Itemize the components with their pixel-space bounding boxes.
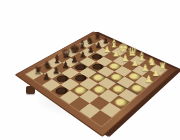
chess-set-photo: ♜♞♝♛♚♝♞♜♟♟♟♟♟♟♟♟♟♝♟♚♟♛♟♝♟♞♟♟♜ (0, 0, 180, 140)
piece-dark-pawn-b7: ♟ (50, 67, 63, 76)
piece-light-knight-h2: ♞ (146, 57, 158, 68)
square-f1: ♟ (135, 76, 153, 88)
square-b6 (52, 73, 70, 85)
square-b8: ♞ (36, 63, 53, 73)
disc-dark-e5 (90, 63, 103, 71)
chess-board-frame: ♜♞♝♛♚♝♞♜♟♟♟♟♟♟♟♟♟♝♟♚♟♛♟♝♟♞♟♟♜ (15, 31, 178, 137)
piece-dark-pawn-h7: ♟ (100, 37, 111, 45)
square-e3 (106, 71, 124, 82)
piece-light-rook-h1: ♜ (156, 62, 169, 72)
disc-light-d4 (91, 73, 105, 82)
